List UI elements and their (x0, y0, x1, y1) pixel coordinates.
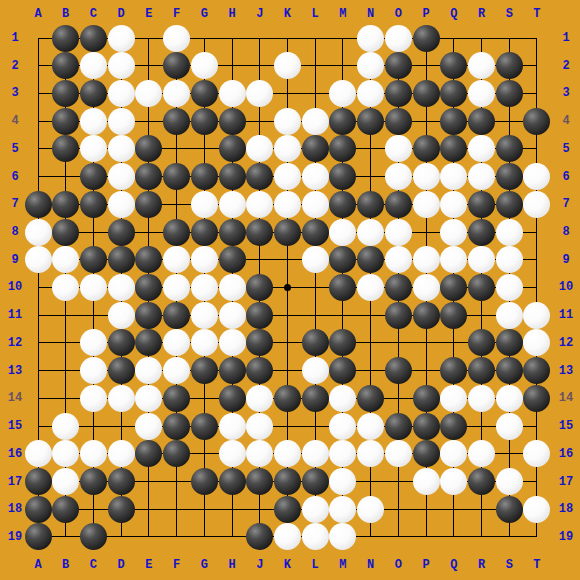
row-label-left: 1 (3, 31, 27, 45)
row-label-left: 19 (3, 530, 27, 544)
stone-black-M7[interactable] (329, 191, 356, 218)
stone-white-J16[interactable] (246, 440, 273, 467)
col-label-top: K (275, 7, 299, 21)
stone-black-M5[interactable] (329, 135, 356, 162)
stone-white-E14[interactable] (135, 385, 162, 412)
row-label-right: 9 (554, 253, 578, 267)
stone-white-N18[interactable] (357, 496, 384, 523)
stone-black-D12[interactable] (108, 329, 135, 356)
stone-black-M9[interactable] (329, 246, 356, 273)
col-label-top: P (414, 7, 438, 21)
stone-black-R4[interactable] (468, 108, 495, 135)
stone-black-D18[interactable] (108, 496, 135, 523)
stone-black-E5[interactable] (135, 135, 162, 162)
stone-white-D4[interactable] (108, 108, 135, 135)
stone-black-Q4[interactable] (440, 108, 467, 135)
stone-black-L5[interactable] (302, 135, 329, 162)
row-label-left: 8 (3, 225, 27, 239)
row-label-left: 18 (3, 502, 27, 516)
stone-black-B5[interactable] (52, 135, 79, 162)
stone-black-P3[interactable] (413, 80, 440, 107)
stone-black-N4[interactable] (357, 108, 384, 135)
stone-black-Q11[interactable] (440, 302, 467, 329)
stone-white-K2[interactable] (274, 52, 301, 79)
stone-white-P9[interactable] (413, 246, 440, 273)
stone-black-H8[interactable] (219, 219, 246, 246)
stone-black-R8[interactable] (468, 219, 495, 246)
stone-white-N2[interactable] (357, 52, 384, 79)
stone-black-O13[interactable] (385, 357, 412, 384)
stone-black-F16[interactable] (163, 440, 190, 467)
stone-white-H16[interactable] (219, 440, 246, 467)
stone-black-H13[interactable] (219, 357, 246, 384)
stone-black-E12[interactable] (135, 329, 162, 356)
stone-white-H12[interactable] (219, 329, 246, 356)
stone-black-C1[interactable] (80, 25, 107, 52)
stone-white-O16[interactable] (385, 440, 412, 467)
stone-black-D8[interactable] (108, 219, 135, 246)
stone-white-A8[interactable] (25, 219, 52, 246)
stone-black-F11[interactable] (163, 302, 190, 329)
stone-white-O1[interactable] (385, 25, 412, 52)
col-label-bottom: N (359, 558, 383, 572)
stone-white-T16[interactable] (523, 440, 550, 467)
col-label-top: E (137, 7, 161, 21)
stone-black-S5[interactable] (496, 135, 523, 162)
stone-white-G10[interactable] (191, 274, 218, 301)
stone-white-H15[interactable] (219, 413, 246, 440)
stone-black-G17[interactable] (191, 468, 218, 495)
stone-black-E9[interactable] (135, 246, 162, 273)
stone-black-F8[interactable] (163, 219, 190, 246)
stone-white-D16[interactable] (108, 440, 135, 467)
stone-black-G13[interactable] (191, 357, 218, 384)
stone-black-G6[interactable] (191, 163, 218, 190)
stone-white-G9[interactable] (191, 246, 218, 273)
stone-black-S6[interactable] (496, 163, 523, 190)
col-label-top: G (192, 7, 216, 21)
stone-white-Q9[interactable] (440, 246, 467, 273)
stone-white-J7[interactable] (246, 191, 273, 218)
stone-white-D1[interactable] (108, 25, 135, 52)
row-label-right: 13 (554, 364, 578, 378)
stone-black-F6[interactable] (163, 163, 190, 190)
stone-white-L4[interactable] (302, 108, 329, 135)
hoshi-point-K10 (284, 284, 291, 291)
stone-white-C13[interactable] (80, 357, 107, 384)
stone-black-M6[interactable] (329, 163, 356, 190)
row-label-left: 17 (3, 475, 27, 489)
stone-white-F9[interactable] (163, 246, 190, 273)
stone-white-C2[interactable] (80, 52, 107, 79)
stone-black-M10[interactable] (329, 274, 356, 301)
stone-white-K5[interactable] (274, 135, 301, 162)
stone-black-N7[interactable] (357, 191, 384, 218)
stone-white-M8[interactable] (329, 219, 356, 246)
stone-black-P14[interactable] (413, 385, 440, 412)
stone-white-F13[interactable] (163, 357, 190, 384)
stone-white-R14[interactable] (468, 385, 495, 412)
stone-black-F2[interactable] (163, 52, 190, 79)
stone-black-H6[interactable] (219, 163, 246, 190)
stone-white-C14[interactable] (80, 385, 107, 412)
stone-black-K17[interactable] (274, 468, 301, 495)
stone-black-K14[interactable] (274, 385, 301, 412)
col-label-bottom: R (470, 558, 494, 572)
stone-white-D7[interactable] (108, 191, 135, 218)
stone-black-S7[interactable] (496, 191, 523, 218)
stone-white-T18[interactable] (523, 496, 550, 523)
stone-black-B8[interactable] (52, 219, 79, 246)
stone-black-B4[interactable] (52, 108, 79, 135)
stone-black-A18[interactable] (25, 496, 52, 523)
stone-black-B2[interactable] (52, 52, 79, 79)
stone-white-K6[interactable] (274, 163, 301, 190)
stone-white-E3[interactable] (135, 80, 162, 107)
stone-black-D13[interactable] (108, 357, 135, 384)
stone-black-P5[interactable] (413, 135, 440, 162)
stone-white-L19[interactable] (302, 523, 329, 550)
stone-black-C17[interactable] (80, 468, 107, 495)
row-label-right: 8 (554, 225, 578, 239)
col-label-bottom: E (137, 558, 161, 572)
stone-black-G15[interactable] (191, 413, 218, 440)
stone-black-H17[interactable] (219, 468, 246, 495)
stone-white-S11[interactable] (496, 302, 523, 329)
row-label-right: 7 (554, 197, 578, 211)
col-label-top: O (386, 7, 410, 21)
stone-white-N8[interactable] (357, 219, 384, 246)
stone-white-N3[interactable] (357, 80, 384, 107)
stone-white-S9[interactable] (496, 246, 523, 273)
stone-black-C6[interactable] (80, 163, 107, 190)
stone-black-C7[interactable] (80, 191, 107, 218)
stone-white-S17[interactable] (496, 468, 523, 495)
stone-black-J17[interactable] (246, 468, 273, 495)
stone-white-F10[interactable] (163, 274, 190, 301)
stone-black-M4[interactable] (329, 108, 356, 135)
row-label-left: 9 (3, 253, 27, 267)
stone-white-B15[interactable] (52, 413, 79, 440)
stone-white-A16[interactable] (25, 440, 52, 467)
stone-black-L17[interactable] (302, 468, 329, 495)
stone-white-Q8[interactable] (440, 219, 467, 246)
stone-black-M12[interactable] (329, 329, 356, 356)
stone-black-Q10[interactable] (440, 274, 467, 301)
stone-black-S12[interactable] (496, 329, 523, 356)
stone-white-H7[interactable] (219, 191, 246, 218)
stone-white-O8[interactable] (385, 219, 412, 246)
stone-white-F12[interactable] (163, 329, 190, 356)
col-label-top: R (470, 7, 494, 21)
stone-white-M18[interactable] (329, 496, 356, 523)
stone-black-T4[interactable] (523, 108, 550, 135)
stone-black-Q15[interactable] (440, 413, 467, 440)
stone-black-F14[interactable] (163, 385, 190, 412)
stone-black-O15[interactable] (385, 413, 412, 440)
stone-black-O4[interactable] (385, 108, 412, 135)
row-label-right: 12 (554, 336, 578, 350)
stone-black-A19[interactable] (25, 523, 52, 550)
stone-black-B7[interactable] (52, 191, 79, 218)
stone-white-M14[interactable] (329, 385, 356, 412)
stone-black-R12[interactable] (468, 329, 495, 356)
stone-white-O9[interactable] (385, 246, 412, 273)
stone-black-R17[interactable] (468, 468, 495, 495)
stone-white-B9[interactable] (52, 246, 79, 273)
stone-white-D11[interactable] (108, 302, 135, 329)
col-label-bottom: O (386, 558, 410, 572)
row-label-left: 4 (3, 114, 27, 128)
stone-white-H11[interactable] (219, 302, 246, 329)
stone-white-G11[interactable] (191, 302, 218, 329)
stone-black-R13[interactable] (468, 357, 495, 384)
stone-white-E15[interactable] (135, 413, 162, 440)
stone-black-R7[interactable] (468, 191, 495, 218)
stone-black-O10[interactable] (385, 274, 412, 301)
stone-black-S2[interactable] (496, 52, 523, 79)
stone-white-L18[interactable] (302, 496, 329, 523)
stone-white-J3[interactable] (246, 80, 273, 107)
stone-black-Q13[interactable] (440, 357, 467, 384)
stone-white-C12[interactable] (80, 329, 107, 356)
stone-white-L9[interactable] (302, 246, 329, 273)
stone-black-E7[interactable] (135, 191, 162, 218)
row-label-right: 14 (554, 391, 578, 405)
stone-white-H3[interactable] (219, 80, 246, 107)
stone-black-J10[interactable] (246, 274, 273, 301)
stone-black-N14[interactable] (357, 385, 384, 412)
stone-black-D17[interactable] (108, 468, 135, 495)
stone-white-E13[interactable] (135, 357, 162, 384)
stone-black-B1[interactable] (52, 25, 79, 52)
stone-white-L6[interactable] (302, 163, 329, 190)
stone-black-B18[interactable] (52, 496, 79, 523)
stone-white-Q6[interactable] (440, 163, 467, 190)
stone-white-B17[interactable] (52, 468, 79, 495)
stone-white-N10[interactable] (357, 274, 384, 301)
stone-black-E11[interactable] (135, 302, 162, 329)
row-label-right: 1 (554, 31, 578, 45)
stone-white-J5[interactable] (246, 135, 273, 162)
stone-white-K19[interactable] (274, 523, 301, 550)
stone-white-N1[interactable] (357, 25, 384, 52)
stone-white-B16[interactable] (52, 440, 79, 467)
col-label-bottom: T (525, 558, 549, 572)
stone-white-T11[interactable] (523, 302, 550, 329)
stone-white-R16[interactable] (468, 440, 495, 467)
row-label-right: 15 (554, 419, 578, 433)
stone-black-E10[interactable] (135, 274, 162, 301)
stone-white-G7[interactable] (191, 191, 218, 218)
row-label-left: 14 (3, 391, 27, 405)
col-label-bottom: Q (442, 558, 466, 572)
stone-black-K8[interactable] (274, 219, 301, 246)
stone-white-O6[interactable] (385, 163, 412, 190)
stone-black-G3[interactable] (191, 80, 218, 107)
stone-white-H10[interactable] (219, 274, 246, 301)
stone-black-J8[interactable] (246, 219, 273, 246)
stone-black-J12[interactable] (246, 329, 273, 356)
stone-white-M16[interactable] (329, 440, 356, 467)
stone-white-C10[interactable] (80, 274, 107, 301)
stone-white-L7[interactable] (302, 191, 329, 218)
stone-white-M3[interactable] (329, 80, 356, 107)
stone-black-T14[interactable] (523, 385, 550, 412)
stone-black-O11[interactable] (385, 302, 412, 329)
stone-black-A17[interactable] (25, 468, 52, 495)
stone-black-O7[interactable] (385, 191, 412, 218)
stone-black-B3[interactable] (52, 80, 79, 107)
stone-white-Q14[interactable] (440, 385, 467, 412)
stone-black-P1[interactable] (413, 25, 440, 52)
stone-white-P10[interactable] (413, 274, 440, 301)
stone-white-T12[interactable] (523, 329, 550, 356)
stone-black-E16[interactable] (135, 440, 162, 467)
stone-white-G2[interactable] (191, 52, 218, 79)
stone-black-C19[interactable] (80, 523, 107, 550)
row-label-left: 13 (3, 364, 27, 378)
stone-black-P16[interactable] (413, 440, 440, 467)
row-label-right: 18 (554, 502, 578, 516)
stone-white-M19[interactable] (329, 523, 356, 550)
stone-black-E6[interactable] (135, 163, 162, 190)
stone-black-O2[interactable] (385, 52, 412, 79)
stone-white-C16[interactable] (80, 440, 107, 467)
stone-white-S14[interactable] (496, 385, 523, 412)
stone-white-M17[interactable] (329, 468, 356, 495)
stone-black-Q5[interactable] (440, 135, 467, 162)
stone-white-Q16[interactable] (440, 440, 467, 467)
row-label-left: 15 (3, 419, 27, 433)
row-label-right: 3 (554, 86, 578, 100)
stone-black-J19[interactable] (246, 523, 273, 550)
stone-black-N9[interactable] (357, 246, 384, 273)
stone-white-S10[interactable] (496, 274, 523, 301)
stone-black-S3[interactable] (496, 80, 523, 107)
stone-white-B10[interactable] (52, 274, 79, 301)
row-label-right: 4 (554, 114, 578, 128)
stone-black-R10[interactable] (468, 274, 495, 301)
row-label-left: 10 (3, 280, 27, 294)
stone-black-T13[interactable] (523, 357, 550, 384)
stone-black-O3[interactable] (385, 80, 412, 107)
col-label-top: T (525, 7, 549, 21)
stone-white-F3[interactable] (163, 80, 190, 107)
stone-black-P11[interactable] (413, 302, 440, 329)
col-label-bottom: A (26, 558, 50, 572)
goban[interactable]: AABBCCDDEEFFGGHHJJKKLLMMNNOOPPQQRRSSTT11… (0, 0, 580, 580)
stone-white-C4[interactable] (80, 108, 107, 135)
stone-black-Q2[interactable] (440, 52, 467, 79)
stone-black-J6[interactable] (246, 163, 273, 190)
stone-black-P15[interactable] (413, 413, 440, 440)
stone-white-R5[interactable] (468, 135, 495, 162)
col-label-top: A (26, 7, 50, 21)
stone-white-D3[interactable] (108, 80, 135, 107)
stone-black-H14[interactable] (219, 385, 246, 412)
stone-white-O5[interactable] (385, 135, 412, 162)
stone-white-P6[interactable] (413, 163, 440, 190)
stone-white-S15[interactable] (496, 413, 523, 440)
row-label-right: 19 (554, 530, 578, 544)
stone-white-K7[interactable] (274, 191, 301, 218)
stone-black-L14[interactable] (302, 385, 329, 412)
row-label-left: 2 (3, 59, 27, 73)
stone-white-K16[interactable] (274, 440, 301, 467)
stone-white-S8[interactable] (496, 219, 523, 246)
stone-white-Q17[interactable] (440, 468, 467, 495)
stone-black-H4[interactable] (219, 108, 246, 135)
stone-black-A7[interactable] (25, 191, 52, 218)
col-label-bottom: S (497, 558, 521, 572)
stone-white-Q7[interactable] (440, 191, 467, 218)
stone-black-S18[interactable] (496, 496, 523, 523)
col-label-top: C (81, 7, 105, 21)
stone-white-D5[interactable] (108, 135, 135, 162)
stone-white-P17[interactable] (413, 468, 440, 495)
stone-white-F1[interactable] (163, 25, 190, 52)
col-label-bottom: G (192, 558, 216, 572)
row-label-left: 6 (3, 170, 27, 184)
stone-white-C5[interactable] (80, 135, 107, 162)
stone-white-N15[interactable] (357, 413, 384, 440)
stone-white-R3[interactable] (468, 80, 495, 107)
stone-white-R9[interactable] (468, 246, 495, 273)
stone-black-D9[interactable] (108, 246, 135, 273)
stone-white-R6[interactable] (468, 163, 495, 190)
stone-black-L12[interactable] (302, 329, 329, 356)
stone-black-S13[interactable] (496, 357, 523, 384)
stone-white-L16[interactable] (302, 440, 329, 467)
stone-white-D2[interactable] (108, 52, 135, 79)
stone-black-G4[interactable] (191, 108, 218, 135)
stone-black-F15[interactable] (163, 413, 190, 440)
stone-white-T7[interactable] (523, 191, 550, 218)
stone-white-M15[interactable] (329, 413, 356, 440)
stone-white-D10[interactable] (108, 274, 135, 301)
stone-white-T6[interactable] (523, 163, 550, 190)
stone-black-C9[interactable] (80, 246, 107, 273)
row-label-right: 2 (554, 59, 578, 73)
stone-black-H9[interactable] (219, 246, 246, 273)
stone-black-J11[interactable] (246, 302, 273, 329)
stone-white-L13[interactable] (302, 357, 329, 384)
stone-white-J14[interactable] (246, 385, 273, 412)
stone-black-G8[interactable] (191, 219, 218, 246)
stone-white-R2[interactable] (468, 52, 495, 79)
stone-black-K18[interactable] (274, 496, 301, 523)
stone-black-H5[interactable] (219, 135, 246, 162)
stone-black-J13[interactable] (246, 357, 273, 384)
col-label-top: Q (442, 7, 466, 21)
stone-white-N16[interactable] (357, 440, 384, 467)
stone-black-L8[interactable] (302, 219, 329, 246)
stone-white-D6[interactable] (108, 163, 135, 190)
stone-white-G12[interactable] (191, 329, 218, 356)
stone-white-J15[interactable] (246, 413, 273, 440)
stone-black-M13[interactable] (329, 357, 356, 384)
stone-white-P7[interactable] (413, 191, 440, 218)
stone-white-A9[interactable] (25, 246, 52, 273)
stone-black-Q3[interactable] (440, 80, 467, 107)
stone-white-D14[interactable] (108, 385, 135, 412)
stone-black-F4[interactable] (163, 108, 190, 135)
stone-white-K4[interactable] (274, 108, 301, 135)
row-label-left: 11 (3, 308, 27, 322)
row-label-right: 6 (554, 170, 578, 184)
stone-black-C3[interactable] (80, 80, 107, 107)
